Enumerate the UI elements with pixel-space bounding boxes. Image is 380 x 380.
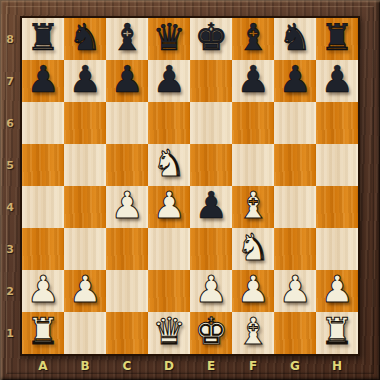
rank-label-1: 1 (0, 312, 20, 354)
square-c3[interactable] (106, 228, 148, 270)
piece-black-knight[interactable]: ♞ (278, 17, 311, 59)
square-b1[interactable] (64, 312, 106, 354)
file-label-d: D (148, 356, 190, 376)
square-b4[interactable] (64, 186, 106, 228)
square-c5[interactable] (106, 144, 148, 186)
board[interactable]: ♜♞♝♛♚♝♞♜♟♟♟♟♟♟♟♞♟♟♟♝♞♟♟♟♟♟♟♜♛♚♝♜ (20, 16, 360, 356)
rank-label-3: 3 (0, 228, 20, 270)
square-a2[interactable]: ♟ (22, 270, 64, 312)
square-c4[interactable]: ♟ (106, 186, 148, 228)
square-g1[interactable] (274, 312, 316, 354)
piece-black-pawn[interactable]: ♟ (236, 59, 269, 101)
square-e8[interactable]: ♚ (190, 18, 232, 60)
square-f6[interactable] (232, 102, 274, 144)
piece-white-pawn[interactable]: ♟ (194, 269, 227, 311)
square-a4[interactable] (22, 186, 64, 228)
piece-black-king[interactable]: ♚ (194, 17, 227, 59)
rank-label-5: 5 (0, 144, 20, 186)
square-h6[interactable] (316, 102, 358, 144)
square-e7[interactable] (190, 60, 232, 102)
square-a1[interactable]: ♜ (22, 312, 64, 354)
square-c7[interactable]: ♟ (106, 60, 148, 102)
piece-white-pawn[interactable]: ♟ (320, 269, 353, 311)
square-h5[interactable] (316, 144, 358, 186)
piece-black-bishop[interactable]: ♝ (110, 17, 143, 59)
file-label-c: C (106, 356, 148, 376)
square-e2[interactable]: ♟ (190, 270, 232, 312)
square-f3[interactable]: ♞ (232, 228, 274, 270)
square-d3[interactable] (148, 228, 190, 270)
square-h2[interactable]: ♟ (316, 270, 358, 312)
piece-white-bishop[interactable]: ♝ (236, 311, 269, 353)
piece-white-queen[interactable]: ♛ (152, 311, 185, 353)
file-labels: ABCDEFGH (22, 356, 358, 376)
square-b5[interactable] (64, 144, 106, 186)
square-e4[interactable]: ♟ (190, 186, 232, 228)
square-b7[interactable]: ♟ (64, 60, 106, 102)
piece-white-rook[interactable]: ♜ (26, 311, 59, 353)
square-e1[interactable]: ♚ (190, 312, 232, 354)
square-e5[interactable] (190, 144, 232, 186)
piece-white-pawn[interactable]: ♟ (236, 269, 269, 311)
file-label-f: F (232, 356, 274, 376)
square-d8[interactable]: ♛ (148, 18, 190, 60)
square-b3[interactable] (64, 228, 106, 270)
square-g2[interactable]: ♟ (274, 270, 316, 312)
square-d2[interactable] (148, 270, 190, 312)
file-label-b: B (64, 356, 106, 376)
square-c2[interactable] (106, 270, 148, 312)
piece-black-pawn[interactable]: ♟ (194, 185, 227, 227)
square-g4[interactable] (274, 186, 316, 228)
square-e3[interactable] (190, 228, 232, 270)
square-g5[interactable] (274, 144, 316, 186)
square-d4[interactable]: ♟ (148, 186, 190, 228)
square-a8[interactable]: ♜ (22, 18, 64, 60)
square-h7[interactable]: ♟ (316, 60, 358, 102)
square-d6[interactable] (148, 102, 190, 144)
piece-white-knight[interactable]: ♞ (152, 143, 185, 185)
square-g8[interactable]: ♞ (274, 18, 316, 60)
file-label-e: E (190, 356, 232, 376)
square-f5[interactable] (232, 144, 274, 186)
piece-white-pawn[interactable]: ♟ (68, 269, 101, 311)
square-e6[interactable] (190, 102, 232, 144)
piece-white-pawn[interactable]: ♟ (110, 185, 143, 227)
piece-black-pawn[interactable]: ♟ (26, 59, 59, 101)
square-a6[interactable] (22, 102, 64, 144)
file-label-g: G (274, 356, 316, 376)
square-c6[interactable] (106, 102, 148, 144)
piece-black-pawn[interactable]: ♟ (320, 59, 353, 101)
piece-black-rook[interactable]: ♜ (26, 17, 59, 59)
piece-black-pawn[interactable]: ♟ (278, 59, 311, 101)
square-g7[interactable]: ♟ (274, 60, 316, 102)
piece-white-pawn[interactable]: ♟ (152, 185, 185, 227)
rank-label-2: 2 (0, 270, 20, 312)
piece-white-rook[interactable]: ♜ (320, 311, 353, 353)
chess-board-window: 87654321 ♜♞♝♛♚♝♞♜♟♟♟♟♟♟♟♞♟♟♟♝♞♟♟♟♟♟♟♜♛♚♝… (0, 0, 380, 380)
rank-label-4: 4 (0, 186, 20, 228)
rank-labels: 87654321 (0, 18, 20, 354)
piece-black-knight[interactable]: ♞ (68, 17, 101, 59)
square-f1[interactable]: ♝ (232, 312, 274, 354)
square-c1[interactable] (106, 312, 148, 354)
piece-white-pawn[interactable]: ♟ (26, 269, 59, 311)
square-d1[interactable]: ♛ (148, 312, 190, 354)
square-h3[interactable] (316, 228, 358, 270)
square-b2[interactable]: ♟ (64, 270, 106, 312)
piece-black-pawn[interactable]: ♟ (152, 59, 185, 101)
square-h1[interactable]: ♜ (316, 312, 358, 354)
square-b8[interactable]: ♞ (64, 18, 106, 60)
rank-label-7: 7 (0, 60, 20, 102)
square-a7[interactable]: ♟ (22, 60, 64, 102)
square-b6[interactable] (64, 102, 106, 144)
square-g3[interactable] (274, 228, 316, 270)
square-d7[interactable]: ♟ (148, 60, 190, 102)
square-f7[interactable]: ♟ (232, 60, 274, 102)
square-d5[interactable]: ♞ (148, 144, 190, 186)
square-f2[interactable]: ♟ (232, 270, 274, 312)
piece-white-pawn[interactable]: ♟ (278, 269, 311, 311)
rank-label-6: 6 (0, 102, 20, 144)
square-a3[interactable] (22, 228, 64, 270)
square-f4[interactable]: ♝ (232, 186, 274, 228)
square-g6[interactable] (274, 102, 316, 144)
piece-black-pawn[interactable]: ♟ (110, 59, 143, 101)
square-a5[interactable] (22, 144, 64, 186)
file-label-a: A (22, 356, 64, 376)
piece-white-knight[interactable]: ♞ (236, 227, 269, 269)
piece-white-bishop[interactable]: ♝ (236, 185, 269, 227)
square-h8[interactable]: ♜ (316, 18, 358, 60)
square-h4[interactable] (316, 186, 358, 228)
piece-white-king[interactable]: ♚ (194, 311, 227, 353)
square-c8[interactable]: ♝ (106, 18, 148, 60)
rank-label-8: 8 (0, 18, 20, 60)
piece-black-queen[interactable]: ♛ (152, 17, 185, 59)
piece-black-pawn[interactable]: ♟ (68, 59, 101, 101)
piece-black-bishop[interactable]: ♝ (236, 17, 269, 59)
piece-black-rook[interactable]: ♜ (320, 17, 353, 59)
file-label-h: H (316, 356, 358, 376)
square-f8[interactable]: ♝ (232, 18, 274, 60)
